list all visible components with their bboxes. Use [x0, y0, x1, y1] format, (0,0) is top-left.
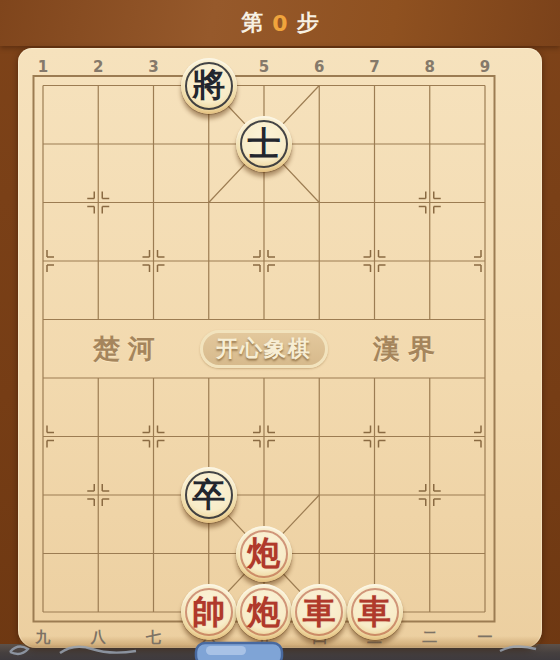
piece-red-general[interactable]: 帥 — [181, 584, 237, 640]
piece-glyph: 車 — [303, 595, 336, 628]
piece-glyph: 炮 — [248, 595, 281, 628]
piece-glyph: 帥 — [192, 595, 225, 628]
step-prefix: 第 — [241, 8, 263, 38]
piece-black-soldier[interactable]: 卒 — [181, 467, 237, 523]
piece-grid[interactable]: 將士卒炮帥炮車車 — [15, 56, 512, 641]
piece-red-cannon-2[interactable]: 炮 — [236, 584, 292, 640]
piece-red-chariot-2[interactable]: 車 — [347, 584, 403, 640]
app-window: 第 0 步 楚河 漢界 开心象棋 123456789 九八七六五四三二一 將士卒… — [0, 0, 560, 660]
piece-glyph: 炮 — [248, 536, 281, 569]
piece-black-advisor[interactable]: 士 — [236, 116, 292, 172]
header: 第 0 步 — [0, 0, 560, 46]
step-counter: 0 — [272, 11, 287, 36]
piece-red-cannon-1[interactable]: 炮 — [236, 526, 292, 582]
piece-glyph: 車 — [358, 595, 391, 628]
piece-black-general[interactable]: 將 — [181, 58, 237, 114]
board-panel: 楚河 漢界 开心象棋 123456789 九八七六五四三二一 將士卒炮帥炮車車 — [18, 48, 542, 648]
step-suffix: 步 — [297, 8, 319, 38]
piece-red-chariot-1[interactable]: 車 — [291, 584, 347, 640]
piece-glyph: 將 — [192, 68, 225, 101]
piece-glyph: 士 — [248, 127, 281, 160]
piece-glyph: 卒 — [192, 478, 225, 511]
